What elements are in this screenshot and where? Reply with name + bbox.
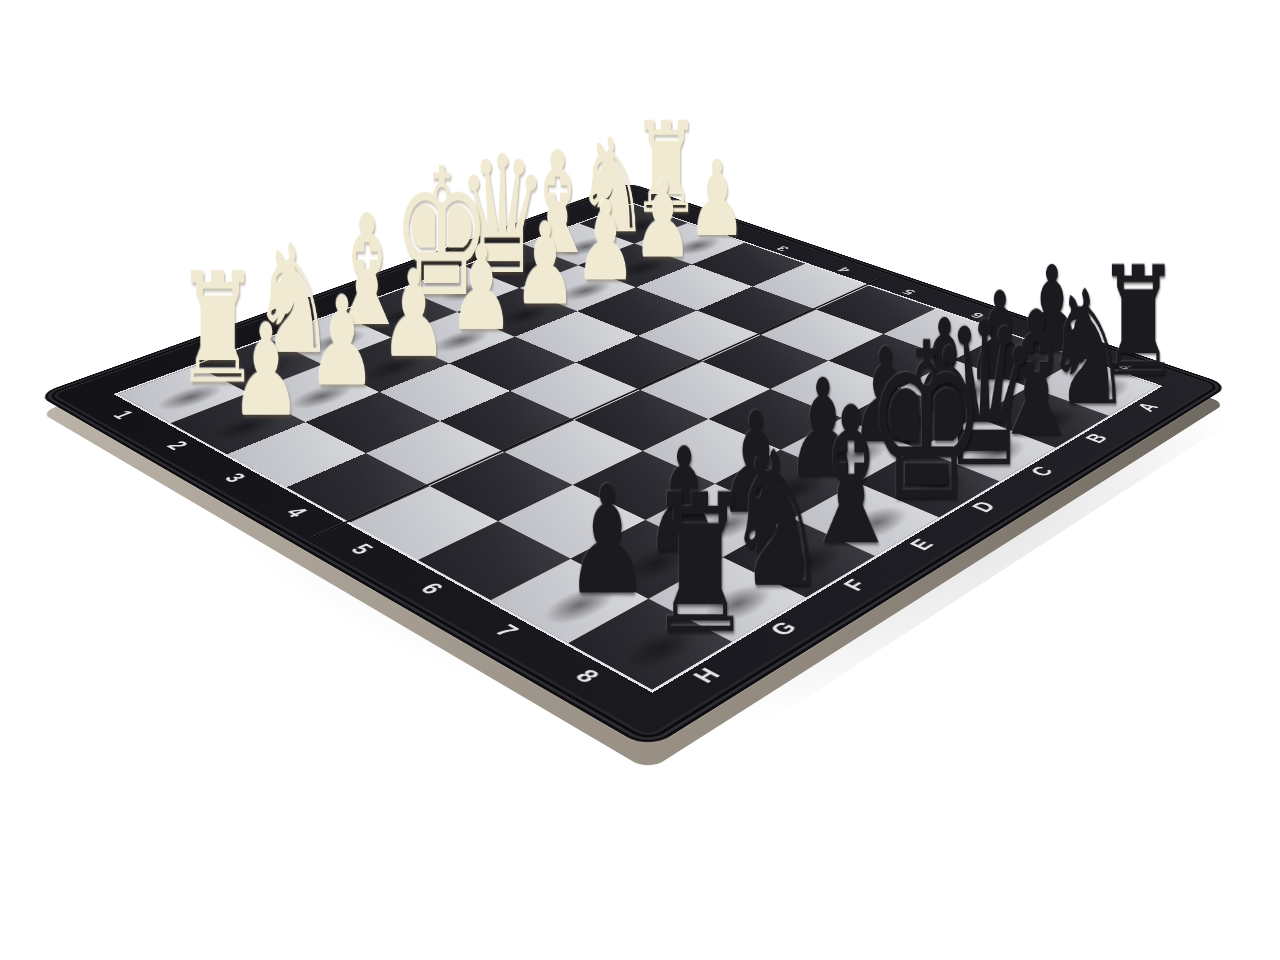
chessboard-frame: 12345678 12345678 HGFEDCBA ♜♞♝♚♛♝♞♜♟♟♟♟♟… bbox=[54, 187, 1214, 736]
piece-white-pawn-g2[interactable]: ♟ bbox=[308, 280, 366, 404]
piece-black-pawn-h7[interactable]: ♟ bbox=[565, 466, 635, 616]
piece-black-rook-h8[interactable]: ♜ bbox=[647, 469, 720, 660]
piece-white-pawn-f2[interactable]: ♟ bbox=[380, 254, 436, 374]
piece-white-rook-h1[interactable]: ♜ bbox=[175, 252, 233, 404]
piece-white-pawn-b2[interactable]: ♟ bbox=[633, 166, 683, 273]
piece-white-pawn-h2[interactable]: ♟ bbox=[231, 307, 291, 435]
piece-white-pawn-a2[interactable]: ♟ bbox=[688, 146, 737, 251]
piece-white-pawn-c2[interactable]: ♟ bbox=[575, 186, 627, 296]
piece-white-pawn-e2[interactable]: ♟ bbox=[449, 230, 504, 347]
square-h1[interactable]: ♜ bbox=[118, 365, 249, 423]
chessboard-3d-wrap: 12345678 12345678 HGFEDCBA ♜♞♝♚♛♝♞♜♟♟♟♟♟… bbox=[54, 187, 1214, 736]
photo-canvas: 12345678 12345678 HGFEDCBA ♜♞♝♚♛♝♞♜♟♟♟♟♟… bbox=[0, 0, 1280, 960]
piece-white-pawn-d2[interactable]: ♟ bbox=[514, 208, 567, 321]
board-grid: ♜♞♝♚♛♝♞♜♟♟♟♟♟♟♟♟♟♟♟♟♟♟♟♟♜♞♝♚♛♝♞♜ bbox=[113, 203, 1162, 693]
